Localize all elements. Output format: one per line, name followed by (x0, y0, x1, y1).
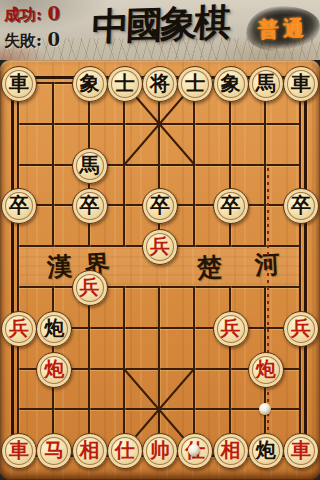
piece-black-cannon[interactable]: 炮 (36, 311, 72, 347)
piece-black-soldier[interactable]: 卒 (283, 188, 319, 224)
piece-red-soldier[interactable]: 兵 (1, 311, 37, 347)
app-title: 中國象棋 (91, 0, 229, 52)
fail-label: 失敗 (4, 31, 36, 50)
piece-black-chariot[interactable]: 車 (283, 66, 319, 102)
point-marker (151, 320, 167, 336)
piece-red-elephant[interactable]: 相 (213, 433, 249, 469)
point-marker (45, 157, 61, 173)
difficulty-mode-button[interactable]: 普通 (245, 5, 320, 54)
success-label: 成功 (4, 5, 36, 24)
piece-black-horse[interactable]: 馬 (72, 148, 108, 184)
piece-black-elephant[interactable]: 象 (72, 66, 108, 102)
app-window: 成功: 0 失敗: 0 中國象棋 普通 漢 界 楚 河 車象士将士象馬車馬卒卒卒… (0, 0, 320, 480)
point-marker (81, 320, 97, 336)
difficulty-mode-label: 普通 (258, 14, 309, 44)
piece-red-soldier[interactable]: 兵 (72, 270, 108, 306)
success-counter: 成功: 0 (4, 1, 60, 27)
piece-red-soldier[interactable]: 兵 (283, 311, 319, 347)
piece-red-cannon[interactable]: 炮 (248, 352, 284, 388)
piece-red-cannon[interactable]: 炮 (36, 352, 72, 388)
header-bar: 成功: 0 失敗: 0 中國象棋 普通 (0, 0, 320, 60)
piece-red-elephant[interactable]: 相 (72, 433, 108, 469)
piece-black-cannon[interactable]: 炮 (248, 433, 284, 469)
piece-red-horse[interactable]: 马 (36, 433, 72, 469)
piece-black-soldier[interactable]: 卒 (72, 188, 108, 224)
piece-red-chariot[interactable]: 車 (283, 433, 319, 469)
piece-black-elephant[interactable]: 象 (213, 66, 249, 102)
piece-black-horse[interactable]: 馬 (248, 66, 284, 102)
piece-black-general[interactable]: 将 (142, 66, 178, 102)
piece-black-advisor[interactable]: 士 (107, 66, 143, 102)
piece-black-soldier[interactable]: 卒 (213, 188, 249, 224)
success-value: 0 (47, 3, 60, 24)
fail-value: 0 (47, 29, 60, 50)
piece-red-soldier[interactable]: 兵 (142, 229, 178, 265)
piece-black-advisor[interactable]: 士 (177, 66, 213, 102)
fail-counter: 失敗: 0 (4, 27, 60, 53)
river-text-chu-he: 楚 河 (196, 247, 292, 285)
xiangqi-board[interactable]: 漢 界 楚 河 車象士将士象馬車馬卒卒卒卒卒兵兵兵炮兵兵炮炮車马相仕帅仕相炮車 (0, 60, 320, 480)
score-panel: 成功: 0 失敗: 0 (4, 1, 60, 53)
piece-red-general[interactable]: 帅 (142, 433, 178, 469)
piece-red-chariot[interactable]: 車 (1, 433, 37, 469)
piece-red-soldier[interactable]: 兵 (213, 311, 249, 347)
point-marker (257, 157, 273, 173)
piece-red-advisor[interactable]: 仕 (107, 433, 143, 469)
piece-black-chariot[interactable]: 車 (1, 66, 37, 102)
